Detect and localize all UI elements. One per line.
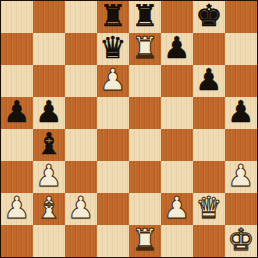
square-b4[interactable]: ♝ <box>33 129 65 161</box>
square-d1[interactable] <box>97 225 129 257</box>
piece-black-pawn[interactable]: ♟ <box>36 97 63 128</box>
piece-white-queen[interactable]: ♛ <box>196 193 223 224</box>
chess-board: ♜♜♚♛♜♟♟♟♟♟♟♝♟♟♟♝♟♟♛♜♚ <box>0 0 258 258</box>
square-e5[interactable] <box>129 97 161 129</box>
square-e6[interactable] <box>129 65 161 97</box>
square-h1[interactable]: ♚ <box>225 225 257 257</box>
piece-white-rook[interactable]: ♜ <box>132 225 159 256</box>
piece-white-bishop[interactable]: ♝ <box>36 193 63 224</box>
square-a8[interactable] <box>1 1 33 33</box>
square-e2[interactable] <box>129 193 161 225</box>
square-f2[interactable]: ♟ <box>161 193 193 225</box>
piece-black-queen[interactable]: ♛ <box>100 33 127 64</box>
piece-white-pawn[interactable]: ♟ <box>100 65 127 96</box>
square-d3[interactable] <box>97 161 129 193</box>
square-a7[interactable] <box>1 33 33 65</box>
piece-black-pawn[interactable]: ♟ <box>196 65 223 96</box>
square-d6[interactable]: ♟ <box>97 65 129 97</box>
piece-black-pawn[interactable]: ♟ <box>164 33 191 64</box>
square-g8[interactable]: ♚ <box>193 1 225 33</box>
square-a2[interactable]: ♟ <box>1 193 33 225</box>
square-f4[interactable] <box>161 129 193 161</box>
piece-black-rook[interactable]: ♜ <box>132 1 159 32</box>
square-h5[interactable]: ♟ <box>225 97 257 129</box>
piece-white-pawn[interactable]: ♟ <box>4 193 31 224</box>
square-f5[interactable] <box>161 97 193 129</box>
piece-white-pawn[interactable]: ♟ <box>228 161 255 192</box>
square-a6[interactable] <box>1 65 33 97</box>
square-e8[interactable]: ♜ <box>129 1 161 33</box>
square-d4[interactable] <box>97 129 129 161</box>
square-g4[interactable] <box>193 129 225 161</box>
piece-white-pawn[interactable]: ♟ <box>68 193 95 224</box>
square-e7[interactable]: ♜ <box>129 33 161 65</box>
square-c4[interactable] <box>65 129 97 161</box>
piece-black-pawn[interactable]: ♟ <box>4 97 31 128</box>
square-b3[interactable]: ♟ <box>33 161 65 193</box>
square-d7[interactable]: ♛ <box>97 33 129 65</box>
square-c3[interactable] <box>65 161 97 193</box>
piece-white-pawn[interactable]: ♟ <box>36 161 63 192</box>
square-c7[interactable] <box>65 33 97 65</box>
square-c8[interactable] <box>65 1 97 33</box>
square-h7[interactable] <box>225 33 257 65</box>
square-d5[interactable] <box>97 97 129 129</box>
square-h2[interactable] <box>225 193 257 225</box>
square-e4[interactable] <box>129 129 161 161</box>
chess-board-grid: ♜♜♚♛♜♟♟♟♟♟♟♝♟♟♟♝♟♟♛♜♚ <box>1 1 257 257</box>
square-c1[interactable] <box>65 225 97 257</box>
square-f3[interactable] <box>161 161 193 193</box>
square-f1[interactable] <box>161 225 193 257</box>
square-g6[interactable]: ♟ <box>193 65 225 97</box>
square-a5[interactable]: ♟ <box>1 97 33 129</box>
square-a3[interactable] <box>1 161 33 193</box>
square-f7[interactable]: ♟ <box>161 33 193 65</box>
square-e3[interactable] <box>129 161 161 193</box>
piece-black-bishop[interactable]: ♝ <box>36 129 63 160</box>
piece-black-pawn[interactable]: ♟ <box>228 97 255 128</box>
square-b8[interactable] <box>33 1 65 33</box>
square-h6[interactable] <box>225 65 257 97</box>
square-g3[interactable] <box>193 161 225 193</box>
square-c6[interactable] <box>65 65 97 97</box>
piece-black-king[interactable]: ♚ <box>196 1 223 32</box>
square-h3[interactable]: ♟ <box>225 161 257 193</box>
square-c2[interactable]: ♟ <box>65 193 97 225</box>
square-a4[interactable] <box>1 129 33 161</box>
piece-white-pawn[interactable]: ♟ <box>164 193 191 224</box>
square-e1[interactable]: ♜ <box>129 225 161 257</box>
square-g5[interactable] <box>193 97 225 129</box>
square-g2[interactable]: ♛ <box>193 193 225 225</box>
piece-white-king[interactable]: ♚ <box>228 225 255 256</box>
square-b1[interactable] <box>33 225 65 257</box>
square-g1[interactable] <box>193 225 225 257</box>
square-b5[interactable]: ♟ <box>33 97 65 129</box>
square-h4[interactable] <box>225 129 257 161</box>
square-c5[interactable] <box>65 97 97 129</box>
square-f8[interactable] <box>161 1 193 33</box>
square-f6[interactable] <box>161 65 193 97</box>
square-h8[interactable] <box>225 1 257 33</box>
square-b7[interactable] <box>33 33 65 65</box>
piece-black-rook[interactable]: ♜ <box>100 1 127 32</box>
square-b2[interactable]: ♝ <box>33 193 65 225</box>
square-d2[interactable] <box>97 193 129 225</box>
square-a1[interactable] <box>1 225 33 257</box>
piece-white-rook[interactable]: ♜ <box>132 33 159 64</box>
square-g7[interactable] <box>193 33 225 65</box>
square-d8[interactable]: ♜ <box>97 1 129 33</box>
square-b6[interactable] <box>33 65 65 97</box>
